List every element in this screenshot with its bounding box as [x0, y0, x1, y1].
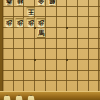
star-point: [66, 27, 68, 29]
piece-kanji: 桂: [16, 0, 22, 6]
piece-kanji: 馬: [38, 29, 44, 38]
piece-kanji: 銀: [49, 0, 55, 6]
piece-kanji: 歩: [27, 18, 33, 27]
piece-kanji: 歩: [6, 18, 12, 27]
hand-piece-tray: [0, 91, 100, 100]
shogi-piece-pawn[interactable]: 歩: [4, 18, 14, 28]
shogi-piece-promoted-bishop[interactable]: 馬: [36, 28, 46, 38]
shogi-piece-knight[interactable]: 桂: [15, 0, 25, 7]
star-point: [66, 59, 68, 61]
shogi-piece-pawn[interactable]: 歩: [26, 18, 36, 28]
star-point: [34, 59, 36, 61]
shogi-piece-lance[interactable]: 香: [4, 0, 14, 7]
hand-piece[interactable]: [15, 95, 24, 100]
shogi-piece-king[interactable]: 王: [26, 7, 36, 17]
shogi-piece-pawn[interactable]: 歩: [36, 18, 46, 28]
shogi-piece-gold[interactable]: 金: [36, 0, 46, 7]
shogi-app-screen: 香 桂 金 銀 王 歩 歩 歩 歩 馬: [0, 0, 100, 100]
piece-kanji: 歩: [38, 18, 44, 27]
star-point: [34, 27, 36, 29]
board-grid[interactable]: 香 桂 金 銀 王 歩 歩 歩 歩 馬: [2, 0, 100, 92]
piece-kanji: 歩: [16, 18, 22, 27]
shogi-board: 香 桂 金 銀 王 歩 歩 歩 歩 馬: [0, 0, 100, 92]
piece-kanji: 香: [6, 0, 12, 6]
shogi-piece-silver[interactable]: 銀: [47, 0, 57, 7]
hand-piece[interactable]: [3, 95, 12, 100]
hand-piece[interactable]: [27, 95, 36, 100]
piece-kanji: 金: [38, 0, 44, 6]
shogi-piece-pawn[interactable]: 歩: [15, 18, 25, 28]
piece-kanji: 王: [27, 7, 33, 16]
